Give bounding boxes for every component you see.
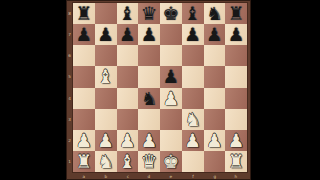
square-b8[interactable]: [95, 3, 117, 24]
square-a5[interactable]: [73, 66, 95, 87]
piece-wP-h2[interactable]: ♟: [228, 129, 245, 150]
square-e6[interactable]: [160, 45, 182, 66]
piece-wP-f2[interactable]: ♟: [184, 129, 201, 150]
piece-bP-f7[interactable]: ♟: [184, 24, 201, 45]
square-c6[interactable]: [117, 45, 139, 66]
square-h5[interactable]: [225, 66, 247, 87]
square-f3[interactable]: ♞: [182, 109, 204, 130]
rank-label-4: 4: [67, 91, 72, 106]
square-a3[interactable]: [73, 109, 95, 130]
chess-board: 87654321 abcdefgh ♜♝♛♚♝♞♜♟♟♟♟♟♟♟♝♟♞♟♞♟♟♟…: [66, 0, 251, 180]
square-d1[interactable]: ♛: [138, 151, 160, 172]
square-c4[interactable]: [117, 88, 139, 109]
square-c2[interactable]: ♟: [117, 130, 139, 151]
square-g8[interactable]: ♞: [204, 3, 226, 24]
file-labels: abcdefgh: [73, 172, 247, 180]
square-a1[interactable]: ♜: [73, 151, 95, 172]
piece-bB-c8[interactable]: ♝: [119, 3, 136, 24]
square-h1[interactable]: ♜: [225, 151, 247, 172]
file-label-c: c: [120, 173, 135, 179]
piece-bK-e8[interactable]: ♚: [163, 3, 180, 24]
piece-bP-h7[interactable]: ♟: [228, 24, 245, 45]
square-g4[interactable]: [204, 88, 226, 109]
piece-bP-d7[interactable]: ♟: [141, 24, 158, 45]
rank-label-7: 7: [67, 27, 72, 42]
piece-bP-b7[interactable]: ♟: [97, 24, 114, 45]
piece-wP-e4[interactable]: ♟: [163, 87, 180, 108]
piece-bQ-d8[interactable]: ♛: [141, 3, 158, 24]
square-h6[interactable]: [225, 45, 247, 66]
piece-bP-c7[interactable]: ♟: [119, 24, 136, 45]
square-g7[interactable]: ♟: [204, 24, 226, 45]
piece-wR-a1[interactable]: ♜: [76, 150, 93, 171]
square-d7[interactable]: ♟: [138, 24, 160, 45]
square-a2[interactable]: ♟: [73, 130, 95, 151]
rank-label-2: 2: [67, 133, 72, 148]
letterbox-background: 87654321 abcdefgh ♜♝♛♚♝♞♜♟♟♟♟♟♟♟♝♟♞♟♞♟♟♟…: [0, 0, 320, 180]
square-f1[interactable]: [182, 151, 204, 172]
piece-wN-b1[interactable]: ♞: [97, 150, 114, 171]
piece-bN-d4[interactable]: ♞: [141, 87, 158, 108]
rank-labels: 87654321: [66, 3, 73, 172]
piece-wQ-d1[interactable]: ♛: [141, 150, 158, 171]
piece-bN-g8[interactable]: ♞: [206, 3, 223, 24]
square-h7[interactable]: ♟: [225, 24, 247, 45]
square-b5[interactable]: ♝: [95, 66, 117, 87]
square-c3[interactable]: [117, 109, 139, 130]
square-b2[interactable]: ♟: [95, 130, 117, 151]
rank-label-6: 6: [67, 48, 72, 63]
square-h2[interactable]: ♟: [225, 130, 247, 151]
file-label-h: h: [229, 173, 244, 179]
square-c1[interactable]: ♝: [117, 151, 139, 172]
piece-bP-a7[interactable]: ♟: [76, 24, 93, 45]
piece-wB-c1[interactable]: ♝: [119, 150, 136, 171]
piece-wP-d2[interactable]: ♟: [141, 129, 158, 150]
piece-bB-f8[interactable]: ♝: [184, 3, 201, 24]
square-d8[interactable]: ♛: [138, 3, 160, 24]
square-f7[interactable]: ♟: [182, 24, 204, 45]
piece-wR-h1[interactable]: ♜: [228, 150, 245, 171]
rank-label-3: 3: [67, 112, 72, 127]
square-f2[interactable]: ♟: [182, 130, 204, 151]
rank-label-5: 5: [67, 70, 72, 85]
piece-wN-f3[interactable]: ♞: [184, 108, 201, 129]
square-d2[interactable]: ♟: [138, 130, 160, 151]
piece-wB-b5[interactable]: ♝: [97, 66, 114, 87]
square-e8[interactable]: ♚: [160, 3, 182, 24]
square-d3[interactable]: [138, 109, 160, 130]
square-h3[interactable]: [225, 109, 247, 130]
piece-bR-a8[interactable]: ♜: [76, 3, 93, 24]
file-label-d: d: [142, 173, 157, 179]
piece-bP-e5[interactable]: ♟: [163, 66, 180, 87]
square-g5[interactable]: [204, 66, 226, 87]
square-a6[interactable]: [73, 45, 95, 66]
file-label-e: e: [163, 173, 178, 179]
piece-wP-a2[interactable]: ♟: [76, 129, 93, 150]
square-g3[interactable]: [204, 109, 226, 130]
square-c7[interactable]: ♟: [117, 24, 139, 45]
square-c8[interactable]: ♝: [117, 3, 139, 24]
square-d4[interactable]: ♞: [138, 88, 160, 109]
square-d5[interactable]: [138, 66, 160, 87]
square-b4[interactable]: [95, 88, 117, 109]
square-g1[interactable]: [204, 151, 226, 172]
square-a7[interactable]: ♟: [73, 24, 95, 45]
square-f4[interactable]: [182, 88, 204, 109]
file-label-g: g: [207, 173, 222, 179]
square-e4[interactable]: ♟: [160, 88, 182, 109]
square-b6[interactable]: [95, 45, 117, 66]
rank-label-8: 8: [67, 6, 72, 21]
square-b7[interactable]: ♟: [95, 24, 117, 45]
square-e3[interactable]: [160, 109, 182, 130]
file-label-f: f: [185, 173, 200, 179]
square-d6[interactable]: [138, 45, 160, 66]
square-f8[interactable]: ♝: [182, 3, 204, 24]
square-e5[interactable]: ♟: [160, 66, 182, 87]
square-f5[interactable]: [182, 66, 204, 87]
piece-wP-c2[interactable]: ♟: [119, 129, 136, 150]
piece-wP-b2[interactable]: ♟: [97, 129, 114, 150]
square-f6[interactable]: [182, 45, 204, 66]
piece-bR-h8[interactable]: ♜: [228, 3, 245, 24]
rank-label-1: 1: [67, 154, 72, 169]
file-label-b: b: [98, 173, 113, 179]
square-e1[interactable]: ♚: [160, 151, 182, 172]
square-c5[interactable]: [117, 66, 139, 87]
square-a4[interactable]: [73, 88, 95, 109]
square-g6[interactable]: [204, 45, 226, 66]
square-e2[interactable]: [160, 130, 182, 151]
square-h8[interactable]: ♜: [225, 3, 247, 24]
square-a8[interactable]: ♜: [73, 3, 95, 24]
square-b3[interactable]: [95, 109, 117, 130]
square-g2[interactable]: ♟: [204, 130, 226, 151]
square-h4[interactable]: [225, 88, 247, 109]
square-e7[interactable]: [160, 24, 182, 45]
board-grid: ♜♝♛♚♝♞♜♟♟♟♟♟♟♟♝♟♞♟♞♟♟♟♟♟♟♟♜♞♝♛♚♜: [73, 3, 247, 172]
piece-wP-g2[interactable]: ♟: [206, 129, 223, 150]
file-label-a: a: [76, 173, 91, 179]
piece-bP-g7[interactable]: ♟: [206, 24, 223, 45]
piece-wK-e1[interactable]: ♚: [163, 150, 180, 171]
square-b1[interactable]: ♞: [95, 151, 117, 172]
